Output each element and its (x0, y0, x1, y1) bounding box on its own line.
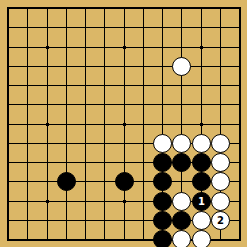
move-label: 1 (198, 197, 205, 207)
move-label: 2 (217, 216, 224, 226)
white-stone (192, 230, 211, 247)
black-stone (153, 211, 172, 230)
black-stone (57, 172, 76, 191)
star-point (123, 46, 126, 49)
star-point (46, 200, 49, 203)
white-stone (172, 57, 191, 76)
black-stone (153, 230, 172, 247)
black-stone (153, 172, 172, 191)
star-point (123, 200, 126, 203)
star-point (200, 123, 203, 126)
black-stone (192, 153, 211, 172)
white-stone (153, 134, 172, 153)
white-stone (211, 192, 230, 211)
star-point (46, 123, 49, 126)
white-stone (192, 134, 211, 153)
white-stone (172, 192, 191, 211)
white-stone (192, 211, 211, 230)
grid-line-vertical (143, 8, 144, 239)
black-stone (172, 153, 191, 172)
black-stone (153, 153, 172, 172)
black-stone (115, 172, 134, 191)
black-stone (172, 211, 191, 230)
white-stone: 2 (211, 211, 230, 230)
white-stone (211, 172, 230, 191)
black-stone: 1 (192, 192, 211, 211)
star-point (123, 123, 126, 126)
white-stone (211, 153, 230, 172)
white-stone (172, 230, 191, 247)
white-stone (211, 134, 230, 153)
go-diagram: 12 (0, 0, 247, 247)
black-stone (192, 172, 211, 191)
star-point (200, 46, 203, 49)
black-stone (153, 192, 172, 211)
star-point (46, 46, 49, 49)
white-stone (172, 134, 191, 153)
